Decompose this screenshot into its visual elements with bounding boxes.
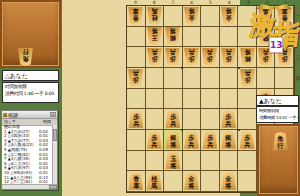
piece-kanji: 兵 xyxy=(133,121,139,128)
piece-kanji: 将 xyxy=(170,27,176,34)
scrollbar-thumb[interactable] xyxy=(49,185,57,189)
piece-kanji: 兵 xyxy=(244,142,250,149)
close-icon[interactable]: × xyxy=(50,112,56,117)
star-point xyxy=(181,67,183,69)
sente-銀将-piece[interactable]: 銀将 xyxy=(221,131,236,149)
sente-桂馬-piece[interactable]: 桂馬 xyxy=(147,172,162,190)
kifu-window: 棋譜 × 指し手 時間 開始局面1 ▲2六歩(27)0:022 △3四歩(33)… xyxy=(1,110,58,190)
square-7二[interactable]: 銀将 xyxy=(164,27,183,48)
square-1四[interactable] xyxy=(275,68,294,89)
square-8一[interactable]: 桂馬 xyxy=(146,6,165,27)
square-6四[interactable] xyxy=(183,68,202,89)
gote-歩兵-piece[interactable]: 歩兵 xyxy=(128,69,143,87)
square-8三[interactable]: 歩兵 xyxy=(146,47,165,68)
square-4七[interactable]: 銀将 xyxy=(220,130,239,151)
square-9五[interactable] xyxy=(127,89,146,110)
gote-角行-piece[interactable]: 角行 xyxy=(18,48,33,66)
sente-time-rule: 時間無制限 xyxy=(257,107,298,114)
square-6五[interactable] xyxy=(183,89,202,110)
piece-kanji: 歩 xyxy=(225,55,231,62)
square-4九[interactable]: 金将 xyxy=(220,171,239,192)
square-5三[interactable]: 歩兵 xyxy=(201,47,220,68)
piece-kanji: 馬 xyxy=(151,7,157,14)
piece-kanji: 兵 xyxy=(170,121,176,128)
square-7四[interactable] xyxy=(164,68,183,89)
piece-kanji: 兵 xyxy=(244,69,250,76)
square-5九[interactable] xyxy=(201,171,220,192)
piece-kanji: 銀 xyxy=(170,34,176,41)
star-point xyxy=(181,129,183,131)
gote-桂馬-piece[interactable]: 桂馬 xyxy=(147,7,162,25)
piece-kanji: 兵 xyxy=(207,142,213,149)
square-8五[interactable] xyxy=(146,89,165,110)
gote-歩兵-piece[interactable]: 歩兵 xyxy=(147,48,162,66)
gote-歩兵-piece[interactable]: 歩兵 xyxy=(165,48,180,66)
scrollbar-thumb[interactable] xyxy=(53,129,57,141)
piece-kanji: 兵 xyxy=(188,48,194,55)
piece-kanji: 兵 xyxy=(207,48,213,55)
sente-歩兵-piece[interactable]: 歩兵 xyxy=(165,110,180,128)
square-8七[interactable]: 歩兵 xyxy=(146,130,165,151)
sente-金将-piece[interactable]: 金将 xyxy=(184,172,199,190)
square-6三[interactable]: 歩兵 xyxy=(183,47,202,68)
piece-kanji: 将 xyxy=(170,163,176,170)
piece-kanji: 兵 xyxy=(151,142,157,149)
sente-香車-piece[interactable]: 香車 xyxy=(128,172,143,190)
sente-piece-stand[interactable]: 角行 xyxy=(257,124,300,196)
square-5二[interactable] xyxy=(201,27,220,48)
sente-金将-piece[interactable]: 金将 xyxy=(221,172,236,190)
square-8二[interactable]: 王将 xyxy=(146,27,165,48)
gote-香車-piece[interactable]: 香車 xyxy=(128,7,143,25)
piece-kanji: 行 xyxy=(277,143,283,150)
square-5四[interactable] xyxy=(201,68,220,89)
square-5八[interactable] xyxy=(201,151,220,172)
kifu-move-list[interactable]: 開始局面1 ▲2六歩(27)0:022 △3四歩(33)0:013 ▲7六歩(7… xyxy=(2,125,52,184)
square-7八[interactable]: 玉将 xyxy=(164,151,183,172)
square-9一[interactable]: 香車 xyxy=(127,6,146,27)
gote-歩兵-piece[interactable]: 歩兵 xyxy=(221,48,236,66)
piece-kanji: 王 xyxy=(151,34,157,41)
piece-kanji: 兵 xyxy=(225,121,231,128)
gote-time-rule: 時間無制限 xyxy=(3,83,58,90)
piece-kanji: 兵 xyxy=(133,69,139,76)
sente-歩兵-piece[interactable]: 歩兵 xyxy=(240,131,255,149)
square-5七[interactable]: 歩兵 xyxy=(201,130,220,151)
sente-歩兵-piece[interactable]: 歩兵 xyxy=(202,131,217,149)
square-6七[interactable]: 歩兵 xyxy=(183,130,202,151)
gote-歩兵-piece[interactable]: 歩兵 xyxy=(202,48,217,66)
square-3六[interactable] xyxy=(238,109,257,130)
sente-角行-piece[interactable]: 角行 xyxy=(273,132,288,150)
square-7六[interactable]: 歩兵 xyxy=(164,109,183,130)
rank-label: 四 xyxy=(295,68,300,89)
piece-kanji: 歩 xyxy=(170,55,176,62)
square-5五[interactable] xyxy=(201,89,220,110)
square-6一[interactable]: 金将 xyxy=(183,6,202,27)
square-7九[interactable] xyxy=(164,171,183,192)
piece-kanji: 歩 xyxy=(188,55,194,62)
piece-kanji: 歩 xyxy=(207,55,213,62)
square-3四[interactable]: 歩兵 xyxy=(238,68,257,89)
square-4一[interactable]: 金将 xyxy=(220,6,239,27)
gekisashi-logo: 激 指 13 xyxy=(250,4,300,64)
sente-歩兵-piece[interactable]: 歩兵 xyxy=(221,110,236,128)
square-9六[interactable]: 歩兵 xyxy=(127,109,146,130)
sente-歩兵-piece[interactable]: 歩兵 xyxy=(147,131,162,149)
square-9九[interactable]: 香車 xyxy=(127,171,146,192)
piece-kanji: 将 xyxy=(170,142,176,149)
kifu-titlebar[interactable]: 棋譜 × xyxy=(2,111,57,119)
sente-玉将-piece[interactable]: 玉将 xyxy=(165,151,180,169)
square-3七[interactable]: 歩兵 xyxy=(238,130,257,151)
logo-version-badge: 13 xyxy=(269,37,283,53)
piece-kanji: 将 xyxy=(225,7,231,14)
star-point xyxy=(238,129,240,131)
kifu-vertical-scrollbar[interactable] xyxy=(52,125,57,184)
sente-銀将-piece[interactable]: 銀将 xyxy=(165,131,180,149)
piece-kanji: 馬 xyxy=(151,183,157,190)
sente-歩兵-piece[interactable]: 歩兵 xyxy=(184,131,199,149)
piece-kanji: 将 xyxy=(225,142,231,149)
star-point xyxy=(238,67,240,69)
square-6八[interactable] xyxy=(183,151,202,172)
square-3八[interactable] xyxy=(238,151,257,172)
square-9二[interactable] xyxy=(127,27,146,48)
square-4四[interactable] xyxy=(220,68,239,89)
piece-kanji: 将 xyxy=(151,27,157,34)
square-7一[interactable] xyxy=(164,6,183,27)
square-5一[interactable] xyxy=(201,6,220,27)
square-4五[interactable] xyxy=(220,89,239,110)
gote-銀将-piece[interactable]: 銀将 xyxy=(165,27,180,45)
square-2四[interactable] xyxy=(257,68,276,89)
square-4八[interactable] xyxy=(220,151,239,172)
piece-kanji: 兵 xyxy=(225,48,231,55)
board-panel: 987654321 一二三四五六七八九 香車桂馬金将金将桂馬香車王将銀将飛車歩兵… xyxy=(62,0,240,196)
gote-王将-piece[interactable]: 王将 xyxy=(147,27,162,45)
square-9三[interactable] xyxy=(127,47,146,68)
gote-time-box: 時間無制限 消費時間 1:40 一手 0:05 xyxy=(2,82,59,103)
square-4三[interactable]: 歩兵 xyxy=(220,47,239,68)
sente-player-label: ▲あなた xyxy=(256,95,299,106)
kifu-window-icon xyxy=(3,113,7,117)
gote-金将-piece[interactable]: 金将 xyxy=(221,7,236,25)
square-7三[interactable]: 歩兵 xyxy=(164,47,183,68)
sente-歩兵-piece[interactable]: 歩兵 xyxy=(128,110,143,128)
piece-kanji: 将 xyxy=(188,7,194,14)
square-8六[interactable] xyxy=(146,109,165,130)
square-8八[interactable] xyxy=(146,151,165,172)
square-7七[interactable]: 銀将 xyxy=(164,130,183,151)
kifu-horizontal-scrollbar[interactable] xyxy=(2,184,57,189)
square-4六[interactable]: 歩兵 xyxy=(220,109,239,130)
piece-kanji: 将 xyxy=(225,183,231,190)
gote-piece-stand[interactable]: 角行 xyxy=(0,0,61,68)
gote-time-used: 消費時間 1:40 一手 0:05 xyxy=(3,90,58,97)
square-7五[interactable] xyxy=(164,89,183,110)
kifu-window-title: 棋譜 xyxy=(8,112,50,118)
gote-歩兵-piece[interactable]: 歩兵 xyxy=(184,48,199,66)
piece-kanji: 兵 xyxy=(188,142,194,149)
square-3九[interactable] xyxy=(238,171,257,192)
square-5六[interactable] xyxy=(201,109,220,130)
square-6二[interactable] xyxy=(183,27,202,48)
piece-kanji: 行 xyxy=(22,48,28,55)
gote-player-label: △あなた xyxy=(2,70,59,81)
piece-kanji: 角 xyxy=(22,55,28,62)
square-6六[interactable] xyxy=(183,109,202,130)
square-3五[interactable] xyxy=(238,89,257,110)
gote-金将-piece[interactable]: 金将 xyxy=(184,7,199,25)
square-4二[interactable] xyxy=(220,27,239,48)
square-8九[interactable]: 桂馬 xyxy=(146,171,165,192)
gote-歩兵-piece[interactable]: 歩兵 xyxy=(240,69,255,87)
piece-kanji: 歩 xyxy=(151,55,157,62)
square-9七[interactable] xyxy=(127,130,146,151)
piece-kanji: 兵 xyxy=(151,48,157,55)
square-8四[interactable] xyxy=(146,68,165,89)
piece-kanji: 車 xyxy=(133,183,139,190)
sente-time-box: 時間無制限 消費時間 14:02 一手 0:01 xyxy=(256,106,299,123)
square-9四[interactable]: 歩兵 xyxy=(127,68,146,89)
piece-kanji: 車 xyxy=(133,7,139,14)
sente-time-used: 消費時間 14:02 一手 0:01 xyxy=(257,114,298,121)
piece-kanji: 兵 xyxy=(170,48,176,55)
square-9八[interactable] xyxy=(127,151,146,172)
shogi-app-window: 角行 △あなた 時間無制限 消費時間 1:40 一手 0:05 棋譜 × 指し手… xyxy=(0,0,300,196)
square-6九[interactable]: 金将 xyxy=(183,171,202,192)
piece-kanji: 将 xyxy=(188,183,194,190)
